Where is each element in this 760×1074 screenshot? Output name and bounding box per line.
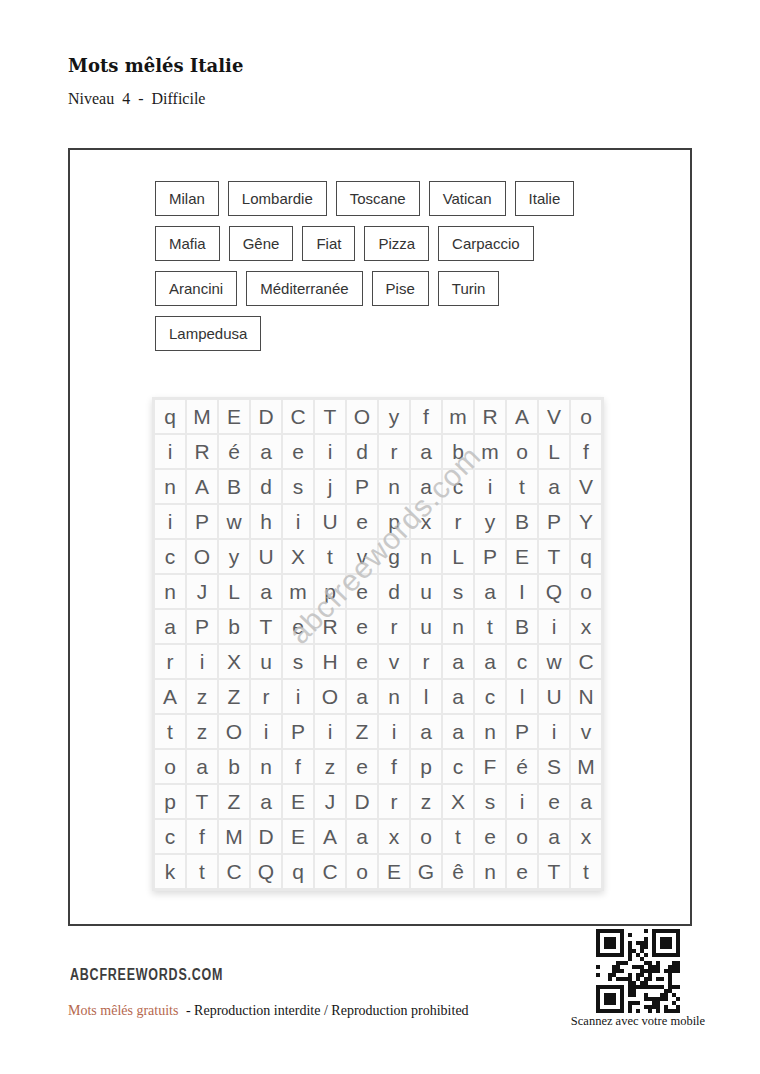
grid-cell: M (187, 400, 217, 433)
grid-cell: x (571, 820, 601, 853)
grid-cell: m (475, 435, 505, 468)
grid-cell: P (347, 470, 377, 503)
grid-cell: P (187, 610, 217, 643)
letter-grid-wrap: qMEDCTOyfmRAVoiRéaeidrabmoLfnABdsjPnacit… (152, 397, 604, 891)
grid-cell: Y (571, 505, 601, 538)
grid-cell: O (187, 540, 217, 573)
site-name: ABCFREEWORDS.COM (70, 966, 223, 984)
grid-cell: O (315, 680, 345, 713)
grid-cell: U (315, 505, 345, 538)
word-list: MilanLombardieToscaneVaticanItalieMafiaG… (155, 181, 607, 351)
grid-cell: Z (219, 680, 249, 713)
difficulty-level: Niveau 4 - Difficile (68, 90, 205, 108)
grid-cell: H (315, 645, 345, 678)
grid-cell: a (443, 715, 473, 748)
word-box: Lombardie (228, 181, 327, 216)
grid-cell: U (251, 540, 281, 573)
grid-cell: i (507, 785, 537, 818)
grid-cell: b (219, 750, 249, 783)
grid-cell: Q (251, 855, 281, 888)
grid-cell: i (155, 435, 185, 468)
grid-cell: v (379, 645, 409, 678)
grid-cell: a (251, 785, 281, 818)
grid-cell: a (155, 610, 185, 643)
grid-cell: b (219, 610, 249, 643)
grid-cell: c (443, 470, 473, 503)
grid-cell: A (507, 400, 537, 433)
grid-cell: a (347, 820, 377, 853)
grid-cell: w (219, 505, 249, 538)
grid-cell: A (187, 470, 217, 503)
grid-cell: E (379, 855, 409, 888)
grid-cell: u (411, 610, 441, 643)
grid-cell: C (571, 645, 601, 678)
grid-cell: é (219, 435, 249, 468)
grid-cell: f (571, 435, 601, 468)
grid-cell: i (475, 470, 505, 503)
grid-cell: c (155, 820, 185, 853)
grid-cell: c (155, 540, 185, 573)
grid-cell: X (219, 645, 249, 678)
word-box: Méditerranée (246, 271, 362, 306)
grid-cell: x (411, 505, 441, 538)
grid-cell: V (539, 400, 569, 433)
grid-cell: P (283, 715, 313, 748)
grid-cell: a (411, 470, 441, 503)
grid-cell: i (315, 435, 345, 468)
word-box: Toscane (336, 181, 420, 216)
grid-cell: a (187, 750, 217, 783)
copyright-line: Mots mêlés gratuits - Reproduction inter… (68, 1003, 469, 1019)
grid-cell: t (571, 855, 601, 888)
grid-cell: i (379, 715, 409, 748)
grid-cell: y (379, 400, 409, 433)
grid-cell: t (475, 610, 505, 643)
word-box: Carpaccio (438, 226, 534, 261)
grid-cell: e (347, 575, 377, 608)
grid-cell: z (315, 750, 345, 783)
grid-cell: s (475, 785, 505, 818)
word-box: Lampedusa (155, 316, 261, 351)
grid-cell: m (283, 575, 313, 608)
grid-cell: d (251, 470, 281, 503)
grid-cell: C (283, 400, 313, 433)
grid-cell: E (219, 400, 249, 433)
grid-cell: j (315, 470, 345, 503)
grid-cell: a (411, 435, 441, 468)
grid-cell: n (155, 575, 185, 608)
grid-cell: D (251, 400, 281, 433)
grid-cell: y (475, 505, 505, 538)
word-box: Gêne (229, 226, 294, 261)
grid-cell: e (283, 435, 313, 468)
grid-cell: N (571, 680, 601, 713)
grid-cell: t (315, 540, 345, 573)
grid-cell: a (475, 645, 505, 678)
grid-cell: o (155, 750, 185, 783)
grid-cell: a (539, 820, 569, 853)
word-box: Vatican (429, 181, 506, 216)
grid-cell: ê (443, 855, 473, 888)
grid-cell: B (219, 470, 249, 503)
grid-cell: A (315, 820, 345, 853)
grid-cell: n (155, 470, 185, 503)
grid-cell: o (507, 820, 537, 853)
grid-cell: P (539, 505, 569, 538)
grid-cell: s (443, 575, 473, 608)
letter-grid: qMEDCTOyfmRAVoiRéaeidrabmoLfnABdsjPnacit… (155, 400, 601, 888)
grid-cell: u (251, 645, 281, 678)
grid-cell: J (187, 575, 217, 608)
grid-cell: C (315, 855, 345, 888)
grid-cell: e (283, 610, 313, 643)
grid-cell: L (443, 540, 473, 573)
grid-cell: e (507, 855, 537, 888)
grid-cell: X (283, 540, 313, 573)
grid-cell: a (443, 645, 473, 678)
grid-cell: u (411, 575, 441, 608)
grid-cell: n (411, 540, 441, 573)
grid-cell: i (283, 680, 313, 713)
grid-cell: a (539, 470, 569, 503)
grid-cell: a (443, 680, 473, 713)
grid-cell: M (571, 750, 601, 783)
grid-cell: B (507, 505, 537, 538)
grid-cell: c (443, 750, 473, 783)
grid-cell: U (539, 680, 569, 713)
grid-cell: G (411, 855, 441, 888)
grid-cell: c (475, 680, 505, 713)
grid-cell: a (251, 435, 281, 468)
notice-text: - Reproduction interdite / Reproduction … (186, 1003, 469, 1018)
grid-cell: L (539, 435, 569, 468)
grid-cell: O (219, 715, 249, 748)
grid-cell: J (315, 785, 345, 818)
grid-cell: S (539, 750, 569, 783)
word-box: Pise (372, 271, 429, 306)
grid-cell: é (507, 750, 537, 783)
grid-cell: O (347, 400, 377, 433)
grid-cell: R (315, 610, 345, 643)
grid-cell: o (347, 855, 377, 888)
grid-cell: m (443, 400, 473, 433)
grid-cell: s (283, 645, 313, 678)
grid-cell: T (315, 400, 345, 433)
credit-text: Mots mêlés gratuits (68, 1003, 178, 1018)
grid-cell: f (187, 820, 217, 853)
page-title: Mots mêlés Italie (68, 55, 243, 76)
grid-cell: M (219, 820, 249, 853)
grid-cell: I (507, 575, 537, 608)
grid-cell: r (251, 680, 281, 713)
grid-cell: n (443, 610, 473, 643)
grid-cell: q (155, 400, 185, 433)
grid-cell: e (539, 785, 569, 818)
grid-cell: E (283, 785, 313, 818)
grid-cell: a (251, 575, 281, 608)
grid-cell: T (539, 540, 569, 573)
grid-cell: f (283, 750, 313, 783)
grid-cell: Z (219, 785, 249, 818)
grid-cell: d (379, 575, 409, 608)
grid-cell: n (379, 680, 409, 713)
grid-cell: i (539, 715, 569, 748)
word-box: Fiat (302, 226, 355, 261)
grid-cell: f (379, 750, 409, 783)
grid-cell: R (475, 400, 505, 433)
grid-cell: x (571, 610, 601, 643)
grid-cell: s (283, 470, 313, 503)
qr-caption: Scannez avec votre mobile (568, 1014, 708, 1029)
word-box: Arancini (155, 271, 237, 306)
grid-cell: i (539, 610, 569, 643)
grid-cell: p (155, 785, 185, 818)
grid-cell: B (507, 610, 537, 643)
grid-cell: i (187, 645, 217, 678)
grid-cell: T (251, 610, 281, 643)
grid-cell: r (411, 645, 441, 678)
grid-cell: z (187, 715, 217, 748)
grid-cell: P (507, 715, 537, 748)
grid-cell: n (475, 855, 505, 888)
grid-cell: E (283, 820, 313, 853)
grid-cell: o (507, 435, 537, 468)
grid-cell: t (155, 715, 185, 748)
grid-cell: T (539, 855, 569, 888)
grid-cell: o (571, 575, 601, 608)
word-box: Italie (515, 181, 575, 216)
grid-cell: C (219, 855, 249, 888)
grid-cell: D (251, 820, 281, 853)
page: Mots mêlés Italie Niveau 4 - Difficile M… (0, 0, 760, 1074)
grid-cell: r (443, 505, 473, 538)
grid-cell: V (571, 470, 601, 503)
grid-cell: r (155, 645, 185, 678)
grid-cell: Z (347, 715, 377, 748)
grid-cell: p (379, 505, 409, 538)
word-box: Turin (438, 271, 500, 306)
grid-cell: P (475, 540, 505, 573)
grid-cell: n (251, 750, 281, 783)
grid-cell: a (475, 575, 505, 608)
grid-cell: a (411, 715, 441, 748)
grid-cell: E (507, 540, 537, 573)
grid-cell: t (187, 855, 217, 888)
grid-cell: k (155, 855, 185, 888)
grid-cell: o (411, 820, 441, 853)
grid-cell: F (475, 750, 505, 783)
grid-cell: i (315, 715, 345, 748)
grid-cell: a (347, 680, 377, 713)
grid-cell: q (571, 540, 601, 573)
grid-cell: D (347, 785, 377, 818)
grid-cell: i (251, 715, 281, 748)
grid-cell: i (283, 505, 313, 538)
grid-cell: p (315, 575, 345, 608)
grid-cell: v (347, 540, 377, 573)
grid-cell: f (411, 400, 441, 433)
grid-cell: b (443, 435, 473, 468)
grid-cell: z (411, 785, 441, 818)
grid-cell: g (379, 540, 409, 573)
grid-cell: d (347, 435, 377, 468)
qr-code (596, 929, 680, 1013)
grid-cell: h (251, 505, 281, 538)
puzzle-frame: MilanLombardieToscaneVaticanItalieMafiaG… (68, 148, 692, 926)
grid-cell: x (379, 820, 409, 853)
grid-cell: y (219, 540, 249, 573)
grid-cell: t (443, 820, 473, 853)
grid-cell: X (443, 785, 473, 818)
grid-cell: e (347, 645, 377, 678)
grid-cell: T (187, 785, 217, 818)
grid-cell: r (379, 435, 409, 468)
grid-cell: q (283, 855, 313, 888)
grid-cell: z (187, 680, 217, 713)
word-box: Mafia (155, 226, 220, 261)
grid-cell: r (379, 610, 409, 643)
word-box: Milan (155, 181, 219, 216)
grid-cell: i (155, 505, 185, 538)
grid-cell: L (219, 575, 249, 608)
grid-cell: A (155, 680, 185, 713)
grid-cell: Q (539, 575, 569, 608)
grid-cell: l (507, 680, 537, 713)
grid-cell: n (379, 470, 409, 503)
grid-cell: R (187, 435, 217, 468)
grid-cell: e (475, 820, 505, 853)
grid-cell: c (507, 645, 537, 678)
grid-cell: l (411, 680, 441, 713)
grid-cell: t (507, 470, 537, 503)
grid-cell: n (475, 715, 505, 748)
grid-cell: P (187, 505, 217, 538)
grid-cell: e (347, 750, 377, 783)
grid-cell: w (539, 645, 569, 678)
grid-cell: o (571, 400, 601, 433)
word-box: Pizza (364, 226, 429, 261)
grid-cell: r (379, 785, 409, 818)
grid-cell: e (347, 610, 377, 643)
grid-cell: e (347, 505, 377, 538)
grid-cell: v (571, 715, 601, 748)
grid-cell: a (571, 785, 601, 818)
grid-cell: p (411, 750, 441, 783)
